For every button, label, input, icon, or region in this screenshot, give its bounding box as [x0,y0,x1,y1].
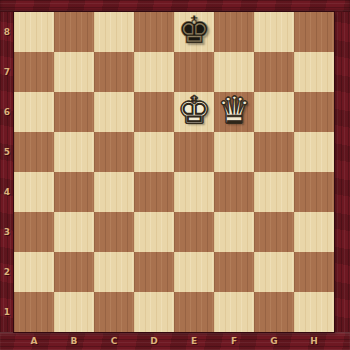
square-d8[interactable] [134,12,174,52]
board-frame-top [0,0,350,12]
square-e2[interactable] [174,252,214,292]
square-e3[interactable] [174,212,214,252]
rank-label-8: 8 [0,12,14,52]
square-h6[interactable] [294,92,334,132]
square-f1[interactable] [214,292,254,332]
rank-label-4: 4 [0,172,14,212]
board-frame-right [334,12,350,332]
square-a1[interactable] [14,292,54,332]
square-a2[interactable] [14,252,54,292]
rank-label-3: 3 [0,212,14,252]
rank-label-6: 6 [0,92,14,132]
square-d2[interactable] [134,252,174,292]
square-f7[interactable] [214,52,254,92]
square-b4[interactable] [54,172,94,212]
piece-white-queen[interactable]: ♛ [217,91,250,131]
square-g3[interactable] [254,212,294,252]
square-d5[interactable] [134,132,174,172]
square-e1[interactable] [174,292,214,332]
square-f8[interactable] [214,12,254,52]
square-g8[interactable] [254,12,294,52]
rank-label-7: 7 [0,52,14,92]
chess-diagram: ♚♚♛ 87654321 ABCDEFGH [0,0,350,350]
square-d6[interactable] [134,92,174,132]
square-f4[interactable] [214,172,254,212]
square-c6[interactable] [94,92,134,132]
square-d4[interactable] [134,172,174,212]
square-b6[interactable] [54,92,94,132]
square-b7[interactable] [54,52,94,92]
square-a4[interactable] [14,172,54,212]
board-grid: ♚♚♛ [14,12,334,332]
square-f2[interactable] [214,252,254,292]
square-f3[interactable] [214,212,254,252]
rank-label-2: 2 [0,252,14,292]
square-e4[interactable] [174,172,214,212]
square-f6[interactable]: ♛ [214,92,254,132]
square-f5[interactable] [214,132,254,172]
file-label-b: B [54,332,94,350]
square-a8[interactable] [14,12,54,52]
square-e7[interactable] [174,52,214,92]
square-c5[interactable] [94,132,134,172]
file-label-e: E [174,332,214,350]
square-b3[interactable] [54,212,94,252]
square-d1[interactable] [134,292,174,332]
file-label-c: C [94,332,134,350]
square-e8[interactable]: ♚ [174,12,214,52]
file-label-f: F [214,332,254,350]
square-g1[interactable] [254,292,294,332]
square-a6[interactable] [14,92,54,132]
square-g4[interactable] [254,172,294,212]
piece-white-king[interactable]: ♚ [177,91,210,131]
square-h3[interactable] [294,212,334,252]
file-label-d: D [134,332,174,350]
file-label-a: A [14,332,54,350]
square-b8[interactable] [54,12,94,52]
file-label-g: G [254,332,294,350]
square-d7[interactable] [134,52,174,92]
square-c4[interactable] [94,172,134,212]
square-b2[interactable] [54,252,94,292]
square-g6[interactable] [254,92,294,132]
piece-black-king[interactable]: ♚ [177,11,210,51]
square-c7[interactable] [94,52,134,92]
square-a7[interactable] [14,52,54,92]
square-a3[interactable] [14,212,54,252]
square-h8[interactable] [294,12,334,52]
square-a5[interactable] [14,132,54,172]
square-b5[interactable] [54,132,94,172]
square-h4[interactable] [294,172,334,212]
square-h1[interactable] [294,292,334,332]
file-label-h: H [294,332,334,350]
square-d3[interactable] [134,212,174,252]
square-g5[interactable] [254,132,294,172]
square-h5[interactable] [294,132,334,172]
square-c2[interactable] [94,252,134,292]
square-c3[interactable] [94,212,134,252]
square-c1[interactable] [94,292,134,332]
rank-label-1: 1 [0,292,14,332]
square-h2[interactable] [294,252,334,292]
square-g7[interactable] [254,52,294,92]
square-e6[interactable]: ♚ [174,92,214,132]
square-g2[interactable] [254,252,294,292]
rank-label-5: 5 [0,132,14,172]
square-h7[interactable] [294,52,334,92]
square-e5[interactable] [174,132,214,172]
square-b1[interactable] [54,292,94,332]
square-c8[interactable] [94,12,134,52]
